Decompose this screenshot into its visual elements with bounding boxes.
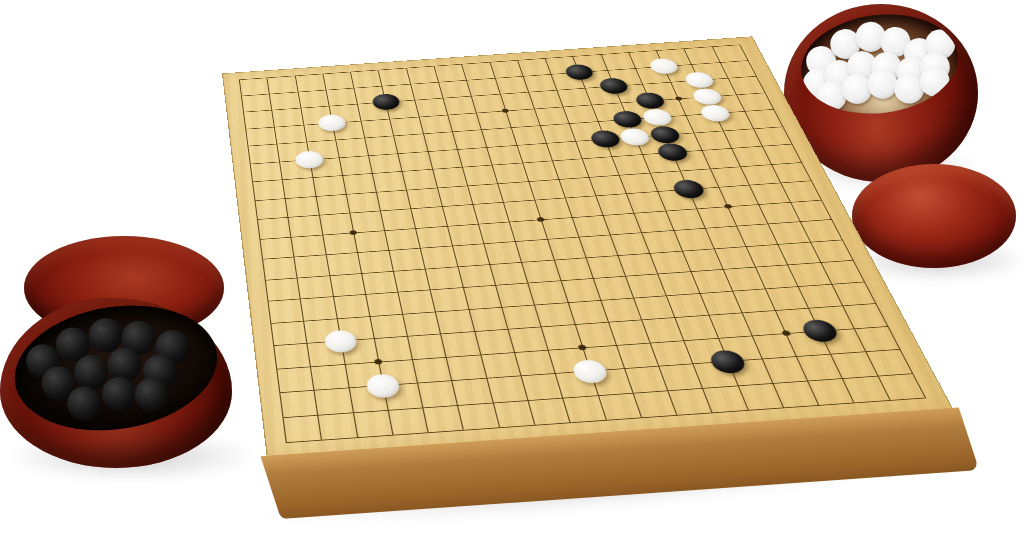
grid-cell[interactable] xyxy=(411,206,447,228)
grid-cell[interactable] xyxy=(273,343,310,369)
grid-cell[interactable] xyxy=(257,217,291,239)
grid-cell[interactable] xyxy=(425,266,463,289)
grid-cell[interactable] xyxy=(402,169,437,190)
grid-cell[interactable] xyxy=(349,211,384,233)
grid-cell[interactable] xyxy=(269,92,300,110)
grid-cell[interactable] xyxy=(380,208,415,230)
grid-cell[interactable] xyxy=(294,255,329,278)
grid-cell[interactable] xyxy=(364,136,397,156)
grid-cell[interactable] xyxy=(310,364,348,390)
grid-cell[interactable] xyxy=(267,299,303,323)
grid-cell[interactable] xyxy=(254,198,287,219)
grid-cell[interactable] xyxy=(430,287,468,311)
grid-cell[interactable] xyxy=(407,334,446,359)
grid-cell[interactable] xyxy=(262,257,297,280)
grid-cell[interactable] xyxy=(282,414,321,442)
grid-cell[interactable] xyxy=(393,268,430,291)
grid-cell[interactable] xyxy=(259,237,293,259)
grid-cell[interactable] xyxy=(297,90,328,108)
grid-cell[interactable] xyxy=(332,294,369,318)
grid-cell[interactable] xyxy=(241,94,272,112)
grid-cell[interactable] xyxy=(265,277,300,301)
grid-cell[interactable] xyxy=(373,336,411,361)
grid-cell[interactable] xyxy=(297,275,333,298)
grid-cell[interactable] xyxy=(361,271,398,294)
grid-cell[interactable] xyxy=(250,161,282,181)
grid-cell[interactable] xyxy=(312,175,346,196)
grid-cell[interactable] xyxy=(282,177,315,198)
grid-cell[interactable] xyxy=(388,248,424,271)
grid-cell[interactable] xyxy=(376,190,411,211)
grid-cell[interactable] xyxy=(402,311,440,336)
grid-cell[interactable] xyxy=(317,412,356,440)
grid-cell[interactable] xyxy=(270,320,306,345)
grid-cell[interactable] xyxy=(315,194,349,215)
grid-cell[interactable] xyxy=(291,234,326,256)
grid-cell[interactable] xyxy=(314,388,353,415)
grid-cell[interactable] xyxy=(247,144,279,164)
grid-cell[interactable] xyxy=(393,134,427,154)
grid-cell[interactable] xyxy=(274,125,306,144)
grid-cell[interactable] xyxy=(389,117,422,136)
grid-cell[interactable] xyxy=(276,366,314,392)
grid-cell[interactable] xyxy=(243,110,274,129)
grid-cell[interactable] xyxy=(397,290,435,314)
grid-cell[interactable] xyxy=(418,115,452,134)
grid-cell[interactable] xyxy=(372,171,406,192)
black-stone-bowl xyxy=(0,298,232,468)
grid-cell[interactable] xyxy=(414,98,447,117)
grid-cell[interactable] xyxy=(420,246,457,269)
grid-cell[interactable] xyxy=(325,88,357,106)
grid-cell[interactable] xyxy=(338,155,371,175)
grid-cell[interactable] xyxy=(245,127,276,146)
grid-cell[interactable] xyxy=(412,357,452,383)
grid-cell[interactable] xyxy=(369,314,407,339)
grid-cell[interactable] xyxy=(387,407,427,435)
grid-cell[interactable] xyxy=(410,82,443,100)
grid-cell[interactable] xyxy=(368,153,402,173)
grid-cell[interactable] xyxy=(318,213,353,235)
grid-cell[interactable] xyxy=(423,132,457,152)
grid-cell[interactable] xyxy=(357,250,393,273)
grid-cell[interactable] xyxy=(300,296,336,320)
grid-cell[interactable] xyxy=(335,138,368,158)
grid-cell[interactable] xyxy=(353,230,388,252)
grid-cell[interactable] xyxy=(398,151,432,171)
grid-cell[interactable] xyxy=(422,405,463,433)
grid-cell[interactable] xyxy=(252,179,285,200)
grid-cell[interactable] xyxy=(279,390,317,417)
grid-cell[interactable] xyxy=(417,380,457,407)
grid-cell[interactable] xyxy=(288,215,322,237)
grid-cell[interactable] xyxy=(346,192,380,213)
grid-cell[interactable] xyxy=(365,292,402,316)
white-stones-heap xyxy=(796,5,964,121)
white-bowl-lid xyxy=(852,164,1016,268)
grid-cell[interactable] xyxy=(415,226,451,248)
grid-cell[interactable] xyxy=(342,173,376,194)
grid-cell[interactable] xyxy=(325,252,361,275)
grid-cell[interactable] xyxy=(384,228,420,250)
grid-cell[interactable] xyxy=(427,149,462,169)
go-scene xyxy=(0,0,1024,533)
grid-cell[interactable] xyxy=(272,108,303,127)
grid-cell[interactable] xyxy=(322,232,357,254)
grid-cell[interactable] xyxy=(329,273,365,296)
grid-cell[interactable] xyxy=(285,196,319,217)
grid-cell[interactable] xyxy=(352,410,392,438)
grid-cell[interactable] xyxy=(406,187,441,208)
grid-cell[interactable] xyxy=(361,119,394,138)
